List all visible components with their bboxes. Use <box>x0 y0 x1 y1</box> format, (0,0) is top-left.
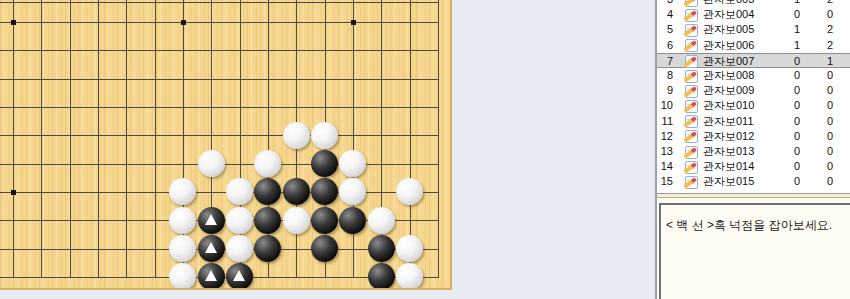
right-panel: 3관자보003124관자보004005관자보005126관자보006127관자보… <box>655 0 850 299</box>
stat-value-2: 2 <box>793 0 833 7</box>
status-message: < 백 선 >흑 넉점을 잡아보세요. <box>666 217 832 234</box>
problem-label: 관자보014 <box>703 159 754 174</box>
list-row[interactable]: 4관자보00400 <box>657 7 850 22</box>
row-number: 13 <box>657 144 673 159</box>
row-number: 11 <box>657 114 673 129</box>
stat-value-2: 0 <box>793 68 833 83</box>
black-stone[interactable] <box>311 207 338 234</box>
problem-label: 관자보008 <box>703 68 754 83</box>
stat-value-2: 1 <box>793 54 833 69</box>
row-number: 6 <box>657 38 673 53</box>
black-stone-marked[interactable] <box>198 235 225 262</box>
memo-pencil-icon <box>685 24 698 37</box>
list-row[interactable]: 14관자보01400 <box>657 159 850 174</box>
memo-pencil-icon <box>685 130 698 143</box>
hoshi-point <box>11 190 16 195</box>
triangle-mark-icon <box>233 270 245 281</box>
black-stone[interactable] <box>368 263 395 290</box>
memo-pencil-icon <box>685 176 698 189</box>
memo-pencil-icon <box>685 70 698 83</box>
list-row-selected[interactable]: 7관자보00701 <box>657 53 850 68</box>
problem-label: 관자보015 <box>703 174 754 189</box>
hoshi-point <box>11 20 16 25</box>
triangle-mark-icon <box>205 242 217 253</box>
app-window: 3관자보003124관자보004005관자보005126관자보006127관자보… <box>0 0 850 299</box>
white-stone[interactable] <box>283 207 310 234</box>
stat-value-2: 0 <box>793 159 833 174</box>
problem-label: 관자보011 <box>703 114 754 129</box>
white-stone[interactable] <box>198 150 225 177</box>
memo-pencil-icon <box>685 9 698 22</box>
row-number: 4 <box>657 7 673 22</box>
problem-label: 관자보006 <box>703 38 754 53</box>
problem-label: 관자보004 <box>703 7 754 22</box>
hoshi-point <box>181 20 186 25</box>
stat-value-2: 0 <box>793 98 833 113</box>
memo-pencil-icon <box>685 100 698 113</box>
white-stone[interactable] <box>226 207 253 234</box>
row-number: 14 <box>657 159 673 174</box>
memo-pencil-icon <box>685 115 698 128</box>
stat-value-2: 0 <box>793 83 833 98</box>
stat-value-2: 0 <box>793 129 833 144</box>
triangle-mark-icon <box>205 214 217 225</box>
problem-label: 관자보010 <box>703 98 754 113</box>
problem-label: 관자보007 <box>703 54 754 69</box>
memo-pencil-icon <box>685 0 698 7</box>
stat-value-2: 2 <box>793 38 833 53</box>
list-row[interactable]: 13관자보01300 <box>657 144 850 159</box>
stat-value-2: 0 <box>793 114 833 129</box>
white-stone[interactable] <box>311 122 338 149</box>
problem-label: 관자보005 <box>703 22 754 37</box>
row-number: 9 <box>657 83 673 98</box>
row-number: 3 <box>657 0 673 7</box>
list-row[interactable]: 5관자보00512 <box>657 22 850 37</box>
white-stone[interactable] <box>396 263 423 290</box>
memo-pencil-icon <box>685 85 698 98</box>
problem-label: 관자보009 <box>703 83 754 98</box>
memo-pencil-icon <box>685 146 698 159</box>
black-stone-marked[interactable] <box>198 263 225 290</box>
go-board[interactable] <box>0 0 452 290</box>
list-row[interactable]: 9관자보00900 <box>657 83 850 98</box>
stat-value-2: 0 <box>793 174 833 189</box>
memo-pencil-icon <box>685 55 698 68</box>
problem-label: 관자보012 <box>703 129 754 144</box>
list-row[interactable]: 6관자보00612 <box>657 38 850 53</box>
row-number: 10 <box>657 98 673 113</box>
stat-value-2: 0 <box>793 144 833 159</box>
white-stone[interactable] <box>283 122 310 149</box>
memo-pencil-icon <box>685 161 698 174</box>
status-message-panel: < 백 선 >흑 넉점을 잡아보세요. <box>659 203 850 299</box>
row-number: 5 <box>657 22 673 37</box>
list-row[interactable]: 3관자보00312 <box>657 0 850 7</box>
triangle-mark-icon <box>205 270 217 281</box>
black-stone-marked[interactable] <box>226 263 253 290</box>
problem-label: 관자보013 <box>703 144 754 159</box>
list-row[interactable]: 10관자보01000 <box>657 98 850 113</box>
stat-value-2: 0 <box>793 7 833 22</box>
white-stone[interactable] <box>169 263 196 290</box>
white-stone[interactable] <box>368 207 395 234</box>
row-number: 15 <box>657 174 673 189</box>
black-stone-marked[interactable] <box>198 207 225 234</box>
hoshi-point <box>351 20 356 25</box>
list-row[interactable]: 15관자보01500 <box>657 174 850 189</box>
row-number: 7 <box>657 54 673 69</box>
panel-splitter[interactable] <box>657 193 850 203</box>
black-stone[interactable] <box>368 235 395 262</box>
memo-pencil-icon <box>685 39 698 52</box>
stat-value-2: 2 <box>793 22 833 37</box>
row-number: 12 <box>657 129 673 144</box>
list-row[interactable]: 12관자보01200 <box>657 129 850 144</box>
row-number: 8 <box>657 68 673 83</box>
problem-list[interactable]: 3관자보003124관자보004005관자보005126관자보006127관자보… <box>657 0 850 193</box>
problem-label: 관자보003 <box>703 0 754 7</box>
list-row[interactable]: 8관자보00800 <box>657 68 850 83</box>
list-row[interactable]: 11관자보01100 <box>657 114 850 129</box>
